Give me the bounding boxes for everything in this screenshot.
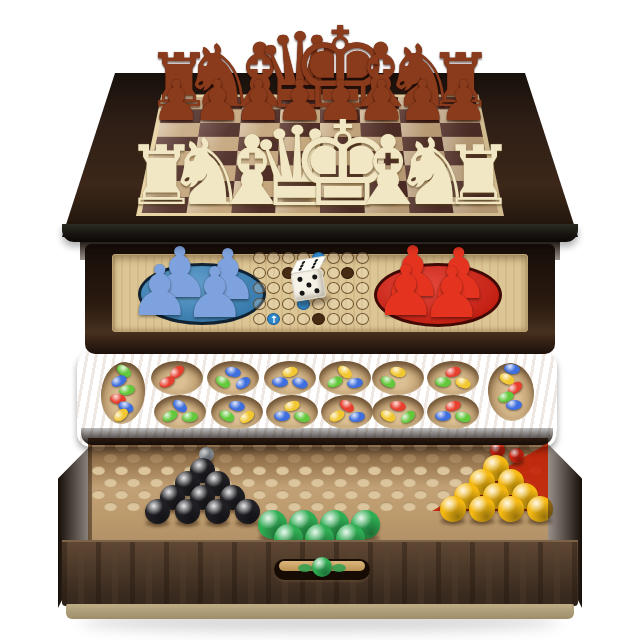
chess-square[interactable] — [361, 137, 403, 151]
board-hole — [357, 502, 370, 511]
board-hole — [322, 442, 335, 451]
chess-square[interactable] — [232, 181, 277, 197]
mancala-bead-green[interactable] — [497, 390, 515, 405]
chess-square[interactable] — [189, 181, 234, 197]
chess-square[interactable] — [408, 197, 454, 213]
chess-piece-contact-shadow — [192, 196, 222, 205]
chess-piece-cream-r[interactable]: ♜ — [102, 135, 222, 217]
chess-square[interactable] — [320, 110, 360, 123]
mancala-pit-bottom-5[interactable] — [372, 395, 424, 429]
board-hole — [518, 502, 531, 511]
ludo-track-cell[interactable] — [297, 313, 310, 325]
chess-square[interactable] — [320, 97, 359, 110]
mancala-bead-green[interactable] — [293, 410, 311, 424]
mancala-bead-blue[interactable] — [228, 400, 246, 413]
chess-piece-cream-n[interactable]: ♞ — [147, 127, 267, 219]
mancala-bead-red[interactable] — [158, 374, 177, 389]
chess-square[interactable] — [279, 137, 320, 151]
chess-piece-brown-b[interactable]: ♝ — [200, 32, 320, 120]
ludo-track-cell[interactable] — [297, 282, 310, 294]
ludo-track-cell[interactable] — [341, 252, 354, 264]
mancala-bead-yellow[interactable] — [389, 365, 407, 378]
chess-square[interactable] — [200, 110, 241, 123]
mancala-bead-blue[interactable] — [224, 365, 242, 378]
chess-piece-brown-q[interactable]: ♛ — [240, 19, 360, 123]
chess-square[interactable] — [320, 137, 361, 151]
mancala-bead-red[interactable] — [444, 399, 462, 413]
chess-square[interactable] — [163, 97, 204, 110]
board-hole — [449, 454, 462, 463]
ludo-track-cell[interactable] — [356, 267, 369, 279]
ludo-pawn-red[interactable]: ♟ — [412, 258, 492, 328]
chess-square[interactable] — [399, 110, 440, 123]
chess-square[interactable] — [362, 166, 406, 181]
chess-square[interactable] — [444, 151, 488, 166]
die-pip — [312, 262, 317, 266]
chess-piece-contact-shadow — [147, 196, 177, 205]
mancala-bead-red[interactable] — [444, 365, 462, 379]
chinese-checkers-drawer[interactable] — [0, 0, 640, 640]
ludo-track-cell[interactable] — [341, 282, 354, 294]
board-hole — [207, 490, 220, 499]
marble-shadow — [305, 549, 334, 556]
chess-board[interactable] — [136, 95, 504, 216]
board-hole — [403, 502, 416, 511]
mancala-pit-bottom-6[interactable] — [427, 395, 479, 429]
ludo-track-cell-brown-spot[interactable] — [282, 267, 295, 279]
board-hole — [299, 490, 312, 499]
chess-square[interactable] — [360, 123, 401, 137]
chess-square[interactable] — [361, 151, 404, 166]
ludo-pawn-red[interactable]: ♟ — [419, 239, 499, 309]
marble-shadow — [320, 535, 349, 542]
chess-square[interactable] — [320, 181, 364, 197]
chess-square[interactable] — [160, 110, 202, 123]
checkers-marble-yellow[interactable] — [498, 469, 524, 495]
checkers-marble-gray[interactable] — [199, 447, 214, 462]
mancala-bead-red[interactable] — [168, 363, 187, 381]
mancala-bead-blue[interactable] — [435, 411, 451, 421]
ludo-track-cell[interactable] — [327, 313, 340, 325]
chess-square[interactable] — [320, 151, 362, 166]
mancala-bead-yellow[interactable] — [283, 399, 301, 413]
chess-piece-brown-p[interactable]: ♟ — [239, 73, 359, 129]
board-hole — [518, 454, 531, 463]
chess-square[interactable] — [400, 123, 442, 137]
mancala-bead-yellow[interactable] — [336, 363, 355, 381]
mancala-bead-red[interactable] — [389, 400, 406, 413]
ludo-pawn-red[interactable]: ♟ — [366, 256, 446, 326]
ludo-track-cell-brown-spot[interactable] — [341, 267, 354, 279]
checkers-marble-black[interactable] — [190, 485, 215, 510]
chess-square[interactable] — [359, 97, 399, 110]
chess-piece-brown-p[interactable]: ♟ — [157, 73, 277, 129]
chess-piece-brown-r[interactable]: ♜ — [401, 43, 521, 117]
checkers-marble-black[interactable] — [205, 471, 230, 496]
mancala-store-left[interactable] — [97, 360, 148, 427]
checkers-marble-black[interactable] — [220, 485, 245, 510]
chess-piece-contact-shadow — [365, 98, 395, 107]
mancala-pit-top-3[interactable] — [264, 361, 316, 395]
ludo-track-cell[interactable] — [282, 313, 295, 325]
checkers-marble-yellow[interactable] — [440, 496, 466, 522]
mancala-bead-green[interactable] — [454, 410, 472, 424]
chess-square[interactable] — [277, 166, 320, 181]
chess-piece-contact-shadow — [285, 98, 315, 107]
ludo-track-cell-blue-spot[interactable] — [312, 252, 325, 264]
ludo-track-cell[interactable] — [253, 313, 266, 325]
mancala-bead-blue[interactable] — [117, 399, 136, 415]
checkers-marble-yellow[interactable] — [469, 496, 495, 522]
checkers-marble-black[interactable] — [145, 499, 170, 524]
chess-square[interactable] — [320, 123, 361, 137]
chess-square[interactable] — [406, 181, 451, 197]
chess-square[interactable] — [447, 166, 492, 181]
mancala-bead-red[interactable] — [109, 393, 126, 405]
ludo-track-cell[interactable] — [356, 252, 369, 264]
mancala-pit-top-2[interactable] — [207, 361, 259, 395]
mancala-pit-top-1[interactable] — [151, 361, 203, 395]
checkers-marble-yellow[interactable] — [454, 483, 480, 509]
chess-square[interactable] — [151, 151, 195, 166]
mancala-pit-top-5[interactable] — [372, 361, 424, 395]
mancala-bead-green[interactable] — [399, 408, 418, 425]
ludo-pawn-shadow — [199, 308, 231, 317]
ludo-track-cell[interactable] — [282, 282, 295, 294]
ludo-track-cell[interactable] — [253, 282, 266, 294]
chess-piece-brown-b[interactable]: ♝ — [320, 32, 440, 120]
die-pip — [314, 288, 320, 294]
mancala-bead-red[interactable] — [506, 379, 525, 397]
ludo-track-cell[interactable] — [282, 252, 295, 264]
board-hole — [242, 502, 255, 511]
mancala-bead-yellow[interactable] — [379, 408, 398, 424]
marble-shadow — [190, 506, 215, 513]
chess-piece-contact-shadow — [367, 113, 397, 122]
board-hole — [253, 490, 266, 499]
chess-square[interactable] — [320, 166, 363, 181]
ludo-track-cell[interactable] — [267, 252, 280, 264]
chess-square[interactable] — [202, 97, 243, 110]
ludo-game-panel — [112, 254, 528, 332]
chess-piece-brown-p[interactable]: ♟ — [198, 73, 318, 129]
mancala-pit-bottom-4[interactable] — [321, 395, 373, 429]
chess-piece-cream-k[interactable]: ♚ — [283, 105, 403, 223]
chess-square[interactable] — [449, 181, 495, 197]
mancala-bead-blue[interactable] — [234, 374, 253, 391]
mancala-bead-blue[interactable] — [506, 400, 523, 411]
handle-marble-green[interactable] — [312, 557, 332, 577]
checkers-marble-yellow[interactable] — [469, 469, 495, 495]
board-hole — [299, 466, 312, 475]
board-hole — [483, 466, 496, 475]
ludo-track-cell[interactable] — [297, 267, 310, 279]
chess-square[interactable] — [237, 137, 279, 151]
ludo-pawn-blue[interactable]: ♟ — [188, 240, 268, 310]
mancala-bead-yellow[interactable] — [238, 408, 257, 425]
board-hole — [207, 442, 220, 451]
chess-square[interactable] — [363, 181, 408, 197]
mancala-bead-yellow[interactable] — [328, 408, 347, 424]
chess-square[interactable] — [148, 166, 193, 181]
ludo-track-cell[interactable] — [253, 298, 266, 310]
chess-square[interactable] — [275, 197, 320, 213]
ludo-track-cell-blue-spot[interactable] — [297, 298, 310, 310]
ludo-track-cell[interactable] — [327, 252, 340, 264]
mancala-bead-blue[interactable] — [503, 363, 520, 375]
chess-square[interactable] — [276, 181, 320, 197]
checkers-board — [88, 438, 548, 542]
chess-square[interactable] — [359, 110, 400, 123]
chess-square[interactable] — [280, 110, 320, 123]
board-hole — [288, 502, 301, 511]
mancala-bead-blue[interactable] — [346, 377, 363, 389]
chess-square[interactable] — [241, 97, 281, 110]
chess-square[interactable] — [240, 110, 281, 123]
checkers-marble-yellow[interactable] — [527, 496, 553, 522]
ludo-track-cell[interactable] — [253, 267, 266, 279]
chess-square[interactable] — [404, 166, 449, 181]
drawer-handle-inner-wood — [279, 561, 365, 571]
checkers-marble-green[interactable] — [351, 510, 380, 539]
board-hole — [334, 454, 347, 463]
mancala-bead-yellow[interactable] — [112, 406, 131, 424]
board-hole — [173, 454, 186, 463]
marble-shadow — [220, 506, 245, 513]
chess-square[interactable] — [440, 123, 483, 137]
chess-square[interactable] — [145, 181, 191, 197]
chess-square[interactable] — [278, 151, 320, 166]
board-hole — [196, 502, 209, 511]
chess-square[interactable] — [157, 123, 200, 137]
mancala-bead-green[interactable] — [115, 362, 134, 379]
board-hole — [115, 442, 128, 451]
mancala-pit-bottom-3[interactable] — [266, 395, 318, 429]
ludo-pawn-blue[interactable]: ♟ — [140, 238, 220, 308]
ludo-track-cell-blue-arrow-spot[interactable]: ↑ — [267, 313, 280, 325]
checkers-marble-green[interactable] — [274, 524, 303, 553]
ludo-track-cell[interactable] — [312, 282, 325, 294]
mancala-pit-bottom-2[interactable] — [211, 395, 263, 429]
chess-square[interactable] — [186, 197, 232, 213]
chess-square[interactable] — [234, 166, 278, 181]
checkers-marble-red[interactable] — [490, 443, 505, 458]
mancala-bead-green[interactable] — [326, 374, 345, 390]
mancala-bead-green[interactable] — [161, 408, 180, 424]
chess-piece-cream-n[interactable]: ♞ — [373, 127, 493, 219]
mancala-bead-green[interactable] — [435, 377, 451, 388]
chess-square[interactable] — [198, 123, 240, 137]
chess-board-front-edge — [62, 224, 578, 242]
mancala-bead-green[interactable] — [218, 408, 237, 424]
chess-piece-contact-shadow — [328, 196, 358, 205]
ludo-track-cell[interactable] — [312, 267, 325, 279]
ludo-pawn-red[interactable]: ♟ — [373, 237, 453, 307]
mancala-bead-green[interactable] — [181, 411, 198, 423]
chess-piece-contact-shadow — [204, 98, 234, 107]
mancala-bead-green[interactable] — [118, 384, 135, 397]
ludo-track-cell[interactable] — [341, 313, 354, 325]
mancala-bead-yellow[interactable] — [498, 371, 517, 387]
ludo-track-cell[interactable] — [267, 282, 280, 294]
checkers-marble-green[interactable] — [289, 510, 318, 539]
ludo-pawn-shadow — [443, 289, 475, 298]
ludo-track-cell[interactable] — [267, 298, 280, 310]
board-hole — [460, 442, 473, 451]
ludo-arrow-icon: ↑ — [268, 314, 279, 324]
marble-shadow — [498, 491, 524, 498]
checkers-marble-black[interactable] — [160, 485, 185, 510]
checkers-marble-black[interactable] — [190, 458, 215, 483]
board-hole — [288, 478, 301, 487]
checkers-marble-black[interactable] — [205, 499, 230, 524]
board-hole — [150, 454, 163, 463]
mancala-bead-yellow[interactable] — [281, 365, 299, 379]
chess-piece-cream-r[interactable]: ♜ — [418, 135, 538, 217]
ludo-track-cell[interactable] — [327, 298, 340, 310]
ludo-pawn-shadow — [390, 306, 422, 315]
chess-square[interactable] — [142, 197, 189, 213]
chess-square[interactable] — [320, 197, 365, 213]
ludo-track-cell[interactable] — [356, 313, 369, 325]
chess-square[interactable] — [451, 197, 498, 213]
ludo-pawn-blue[interactable]: ♟ — [120, 256, 200, 326]
chess-square[interactable] — [279, 123, 320, 137]
checkers-marble-red[interactable] — [509, 448, 524, 463]
ludo-track-cell-brown-spot[interactable] — [312, 313, 325, 325]
chess-piece-contact-shadow — [449, 113, 479, 122]
mancala-bead-blue[interactable] — [291, 376, 309, 391]
board-hole — [380, 454, 393, 463]
checkers-marble-black[interactable] — [175, 499, 200, 524]
checkers-marble-black[interactable] — [175, 471, 200, 496]
chess-square[interactable] — [193, 151, 237, 166]
board-hole — [495, 454, 508, 463]
chess-piece-brown-n[interactable]: ♞ — [159, 33, 279, 119]
checkers-marble-green[interactable] — [320, 510, 349, 539]
board-hole — [380, 502, 393, 511]
mancala-bead-blue[interactable] — [274, 411, 290, 421]
chess-square[interactable] — [364, 197, 409, 213]
board-hole — [460, 466, 473, 475]
chess-square[interactable] — [438, 110, 480, 123]
mancala-bead-blue[interactable] — [171, 397, 190, 415]
ludo-pawn-blue[interactable]: ♟ — [175, 258, 255, 328]
checkers-marble-yellow[interactable] — [512, 483, 538, 509]
checkers-marble-yellow[interactable] — [483, 455, 509, 481]
die-pip — [298, 268, 303, 272]
mancala-bead-red[interactable] — [338, 397, 357, 415]
mancala-bead-blue[interactable] — [348, 411, 365, 423]
chess-piece-brown-r[interactable]: ♜ — [119, 43, 239, 117]
board-hole — [230, 466, 243, 475]
ludo-track-cell[interactable] — [253, 252, 266, 264]
board-hole — [460, 490, 473, 499]
mancala-store-right[interactable] — [485, 361, 537, 423]
board-hole — [414, 490, 427, 499]
mancala-bead-green[interactable] — [214, 374, 233, 391]
chess-piece-brown-n[interactable]: ♞ — [361, 33, 481, 119]
board-hole — [368, 466, 381, 475]
chess-square[interactable] — [397, 97, 438, 110]
mancala-pit-top-4[interactable] — [319, 361, 371, 395]
chess-piece-brown-p[interactable]: ♟ — [116, 73, 236, 129]
checkers-marble-yellow[interactable] — [483, 483, 509, 509]
chess-square[interactable] — [191, 166, 236, 181]
chess-piece-brown-k[interactable]: ♚ — [280, 12, 400, 124]
chess-square[interactable] — [403, 151, 447, 166]
mancala-bead-green[interactable] — [379, 374, 398, 391]
mancala-drawer[interactable] — [0, 0, 640, 640]
ludo-track-cell[interactable] — [341, 298, 354, 310]
mancala-tray[interactable] — [77, 352, 557, 447]
ludo-track-cell[interactable] — [282, 298, 295, 310]
chess-square[interactable] — [436, 97, 477, 110]
mancala-pit-top-6[interactable] — [427, 361, 479, 395]
chess-square[interactable] — [231, 197, 276, 213]
chess-piece-brown-p[interactable]: ♟ — [322, 73, 442, 129]
board-hole — [483, 442, 496, 451]
board-hole — [311, 454, 324, 463]
ludo-track-cell[interactable] — [297, 252, 310, 264]
checkers-marble-green[interactable] — [336, 524, 365, 553]
chess-square[interactable] — [236, 151, 279, 166]
checkers-marble-black[interactable] — [235, 499, 260, 524]
checkers-marble-green[interactable] — [305, 524, 334, 553]
mancala-pit-bottom-1[interactable] — [154, 395, 206, 429]
ludo-drawer[interactable]: ↑♟♟♟♟♟♟♟♟ — [0, 0, 640, 640]
ludo-pawn-shadow — [436, 308, 468, 317]
ludo-die[interactable] — [287, 255, 338, 309]
board-hole — [391, 466, 404, 475]
mancala-bead-yellow[interactable] — [454, 376, 472, 391]
chess-square[interactable] — [196, 137, 239, 151]
mancala-bead-blue[interactable] — [272, 377, 289, 388]
board-hole — [403, 454, 416, 463]
chess-square[interactable] — [401, 137, 444, 151]
board-hole — [357, 454, 370, 463]
checkers-marble-yellow[interactable] — [498, 496, 524, 522]
handle-marble-glint-right — [332, 564, 346, 572]
chess-piece-cream-q[interactable]: ♛ — [237, 112, 357, 222]
board-hole — [345, 490, 358, 499]
ludo-track-cell[interactable] — [356, 282, 369, 294]
board-hole — [138, 490, 151, 499]
chess-piece-brown-p[interactable]: ♟ — [281, 73, 401, 129]
ludo-drawer-tray[interactable] — [85, 244, 555, 354]
ludo-track-cell[interactable] — [312, 298, 325, 310]
drawer-handle[interactable] — [274, 559, 370, 580]
chess-piece-brown-p[interactable]: ♟ — [363, 73, 483, 129]
ludo-track-cell[interactable] — [327, 267, 340, 279]
ludo-track-cell[interactable] — [327, 282, 340, 294]
mancala-bead-blue[interactable] — [110, 373, 129, 389]
chess-square[interactable] — [239, 123, 280, 137]
ludo-track-cell[interactable] — [356, 298, 369, 310]
chess-piece-contact-shadow — [245, 98, 275, 107]
ludo-track-cell[interactable] — [267, 267, 280, 279]
bottom-drawer-front[interactable] — [62, 540, 578, 606]
marble-shadow — [235, 520, 260, 527]
marble-shadow — [454, 505, 480, 512]
checkers-marble-green[interactable] — [258, 510, 287, 539]
chess-square[interactable] — [281, 97, 320, 110]
chess-piece-cream-b[interactable]: ♝ — [192, 123, 312, 219]
chess-square[interactable] — [154, 137, 198, 151]
chess-piece-cream-b[interactable]: ♝ — [328, 123, 448, 219]
chess-piece-brown-p[interactable]: ♟ — [404, 73, 524, 129]
chess-square[interactable] — [442, 137, 486, 151]
